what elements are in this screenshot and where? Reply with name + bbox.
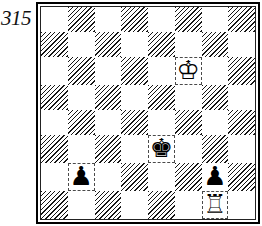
square-e7 (148, 32, 175, 57)
square-b7 (68, 32, 95, 57)
square-c4 (95, 110, 122, 135)
square-e6 (148, 57, 175, 85)
square-f2 (175, 163, 202, 191)
square-e3: ♚ (148, 135, 175, 163)
square-e5 (148, 85, 175, 110)
square-a4 (41, 110, 68, 135)
square-b1 (68, 191, 95, 219)
square-a8 (41, 7, 68, 32)
board-grid: ♔♚♟♟♖ (41, 7, 255, 219)
square-h8 (228, 7, 255, 32)
square-g7 (202, 32, 229, 57)
square-b5 (68, 85, 95, 110)
square-h5 (228, 85, 255, 110)
square-g4 (202, 110, 229, 135)
square-d8 (121, 7, 148, 32)
square-a7 (41, 32, 68, 57)
square-d1 (121, 191, 148, 219)
square-f1 (175, 191, 202, 219)
square-g2: ♟ (202, 163, 229, 191)
white-king: ♔ (176, 57, 199, 83)
square-e4 (148, 110, 175, 135)
square-c5 (95, 85, 122, 110)
square-h3 (228, 135, 255, 163)
square-a5 (41, 85, 68, 110)
square-f7 (175, 32, 202, 57)
black-pawn: ♟ (69, 163, 92, 189)
square-f3 (175, 135, 202, 163)
square-e1 (148, 191, 175, 219)
square-h1 (228, 191, 255, 219)
square-h6 (228, 57, 255, 85)
square-d3 (121, 135, 148, 163)
square-f4 (175, 110, 202, 135)
square-g1: ♖ (202, 191, 229, 219)
square-f5 (175, 85, 202, 110)
black-pawn: ♟ (203, 163, 226, 189)
square-c3 (95, 135, 122, 163)
square-h7 (228, 32, 255, 57)
chess-board: ♔♚♟♟♖ (36, 2, 260, 224)
square-g5 (202, 85, 229, 110)
square-e2 (148, 163, 175, 191)
square-d5 (121, 85, 148, 110)
square-h2 (228, 163, 255, 191)
square-b3 (68, 135, 95, 163)
square-g6 (202, 57, 229, 85)
square-h4 (228, 110, 255, 135)
square-g8 (202, 7, 229, 32)
white-rook: ♖ (203, 191, 226, 217)
board-inner-frame: ♔♚♟♟♖ (40, 6, 256, 220)
square-c7 (95, 32, 122, 57)
square-c1 (95, 191, 122, 219)
square-d4 (121, 110, 148, 135)
square-b4 (68, 110, 95, 135)
square-a3 (41, 135, 68, 163)
square-f6: ♔ (175, 57, 202, 85)
square-c8 (95, 7, 122, 32)
square-a6 (41, 57, 68, 85)
square-b6 (68, 57, 95, 85)
square-b2: ♟ (68, 163, 95, 191)
page: 315 ♔♚♟♟♖ (0, 0, 262, 226)
square-c6 (95, 57, 122, 85)
square-b8 (68, 7, 95, 32)
square-d6 (121, 57, 148, 85)
square-d2 (121, 163, 148, 191)
square-a2 (41, 163, 68, 191)
square-g3 (202, 135, 229, 163)
square-c2 (95, 163, 122, 191)
black-king: ♚ (150, 135, 173, 161)
square-a1 (41, 191, 68, 219)
square-e8 (148, 7, 175, 32)
square-d7 (121, 32, 148, 57)
diagram-number: 315 (0, 6, 32, 31)
square-f8 (175, 7, 202, 32)
